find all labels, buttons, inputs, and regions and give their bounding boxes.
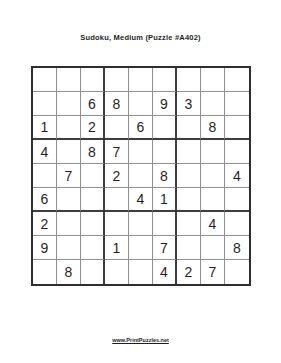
cell-r9c7: 2 bbox=[177, 260, 201, 284]
cell-r1c5 bbox=[129, 68, 153, 92]
cell-r6c3 bbox=[81, 188, 105, 212]
cell-r2c2 bbox=[57, 92, 81, 116]
puzzle-title: Sudoku, Medium (Puzzle #A402) bbox=[0, 33, 281, 42]
cell-r5c7 bbox=[177, 164, 201, 188]
cell-r4c6 bbox=[153, 140, 177, 164]
site-url-link[interactable]: www.PrintPuzzles.net bbox=[0, 337, 281, 343]
cell-r1c4 bbox=[105, 68, 129, 92]
cell-r7c5 bbox=[129, 212, 153, 236]
cell-r2c5 bbox=[129, 92, 153, 116]
cell-r5c5 bbox=[129, 164, 153, 188]
cell-r7c9 bbox=[225, 212, 249, 236]
cell-r8c9: 8 bbox=[225, 236, 249, 260]
cell-r6c7 bbox=[177, 188, 201, 212]
cell-r1c1 bbox=[33, 68, 57, 92]
cell-r2c4: 8 bbox=[105, 92, 129, 116]
cell-r6c1: 6 bbox=[33, 188, 57, 212]
cell-r3c2 bbox=[57, 116, 81, 140]
cell-r7c2 bbox=[57, 212, 81, 236]
cell-r6c5: 4 bbox=[129, 188, 153, 212]
cell-r4c3: 8 bbox=[81, 140, 105, 164]
cell-r6c2 bbox=[57, 188, 81, 212]
cell-r6c9 bbox=[225, 188, 249, 212]
cell-r9c3 bbox=[81, 260, 105, 284]
cell-r5c1 bbox=[33, 164, 57, 188]
cell-r9c2: 8 bbox=[57, 260, 81, 284]
cell-r9c4 bbox=[105, 260, 129, 284]
cell-r4c7 bbox=[177, 140, 201, 164]
cell-r7c8: 4 bbox=[201, 212, 225, 236]
cell-r2c7: 3 bbox=[177, 92, 201, 116]
cell-r5c3 bbox=[81, 164, 105, 188]
cell-r9c9 bbox=[225, 260, 249, 284]
cell-r3c8: 8 bbox=[201, 116, 225, 140]
cell-r8c3 bbox=[81, 236, 105, 260]
cell-r1c3 bbox=[81, 68, 105, 92]
cell-r1c8 bbox=[201, 68, 225, 92]
printable-sudoku-page: Sudoku, Medium (Puzzle #A402) 6893126848… bbox=[0, 0, 281, 363]
cell-r3c7 bbox=[177, 116, 201, 140]
cell-r8c7 bbox=[177, 236, 201, 260]
cell-r1c2 bbox=[57, 68, 81, 92]
cell-r2c8 bbox=[201, 92, 225, 116]
cell-r2c9 bbox=[225, 92, 249, 116]
cell-r3c6 bbox=[153, 116, 177, 140]
cell-r7c3 bbox=[81, 212, 105, 236]
cell-r3c5: 6 bbox=[129, 116, 153, 140]
sudoku-grid: 6893126848772846412491788427 bbox=[31, 66, 251, 286]
cell-r8c6: 7 bbox=[153, 236, 177, 260]
cell-r1c9 bbox=[225, 68, 249, 92]
cell-r4c2 bbox=[57, 140, 81, 164]
cell-r2c3: 6 bbox=[81, 92, 105, 116]
cell-r7c6 bbox=[153, 212, 177, 236]
cell-r9c6: 4 bbox=[153, 260, 177, 284]
cell-r8c8 bbox=[201, 236, 225, 260]
cell-r9c1 bbox=[33, 260, 57, 284]
cell-r4c5 bbox=[129, 140, 153, 164]
cell-r3c9 bbox=[225, 116, 249, 140]
cell-r1c6 bbox=[153, 68, 177, 92]
cell-r2c1 bbox=[33, 92, 57, 116]
cell-r9c5 bbox=[129, 260, 153, 284]
cell-r6c4 bbox=[105, 188, 129, 212]
cell-r5c8 bbox=[201, 164, 225, 188]
cell-r5c6: 8 bbox=[153, 164, 177, 188]
cell-r4c4: 7 bbox=[105, 140, 129, 164]
cell-r4c9 bbox=[225, 140, 249, 164]
cell-r3c1: 1 bbox=[33, 116, 57, 140]
cell-r8c2 bbox=[57, 236, 81, 260]
cell-r8c4: 1 bbox=[105, 236, 129, 260]
cell-r7c7 bbox=[177, 212, 201, 236]
cell-r5c2: 7 bbox=[57, 164, 81, 188]
cell-r9c8: 7 bbox=[201, 260, 225, 284]
cell-r4c1: 4 bbox=[33, 140, 57, 164]
cell-r7c4 bbox=[105, 212, 129, 236]
cell-r2c6: 9 bbox=[153, 92, 177, 116]
cell-r8c1: 9 bbox=[33, 236, 57, 260]
cell-r3c3: 2 bbox=[81, 116, 105, 140]
cell-r8c5 bbox=[129, 236, 153, 260]
cell-r3c4 bbox=[105, 116, 129, 140]
cell-r6c6: 1 bbox=[153, 188, 177, 212]
cell-r4c8 bbox=[201, 140, 225, 164]
cell-r1c7 bbox=[177, 68, 201, 92]
cell-r5c9: 4 bbox=[225, 164, 249, 188]
cell-r6c8 bbox=[201, 188, 225, 212]
cell-r7c1: 2 bbox=[33, 212, 57, 236]
cell-r5c4: 2 bbox=[105, 164, 129, 188]
